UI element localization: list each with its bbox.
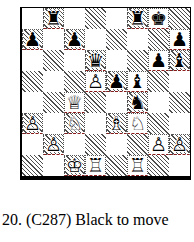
- square-g1[interactable]: [148, 155, 169, 176]
- square-f3[interactable]: ♘: [127, 113, 148, 134]
- square-c4[interactable]: ♕: [64, 92, 85, 113]
- square-a2[interactable]: [22, 134, 43, 155]
- piece-black-pawn: ♟: [24, 29, 41, 50]
- square-f6[interactable]: [127, 50, 148, 71]
- piece-black-rook: ♜: [45, 8, 62, 29]
- square-a7[interactable]: ♟: [22, 29, 43, 50]
- square-c7[interactable]: ♟: [64, 29, 85, 50]
- piece-white-pawn: ♙: [171, 134, 188, 155]
- square-d6[interactable]: ♛: [85, 50, 106, 71]
- square-d4[interactable]: [85, 92, 106, 113]
- piece-white-pawn: ♙: [87, 71, 104, 92]
- square-g2[interactable]: ♙: [148, 134, 169, 155]
- square-a6[interactable]: [22, 50, 43, 71]
- square-c8[interactable]: [64, 8, 85, 29]
- square-h7[interactable]: ♟: [169, 29, 190, 50]
- square-f1[interactable]: ♖: [127, 155, 148, 176]
- piece-white-knight: ♘: [129, 113, 146, 134]
- square-b5[interactable]: [43, 71, 64, 92]
- chess-board: ♜♜♚♟♟♟♛♟♝♙♟♝♕♞♙♘♗♘♙♙♙♔♖♖: [22, 8, 190, 176]
- square-f2[interactable]: [127, 134, 148, 155]
- square-h5[interactable]: [169, 71, 190, 92]
- piece-white-pawn: ♙: [150, 134, 167, 155]
- square-e4[interactable]: [106, 92, 127, 113]
- square-e8[interactable]: [106, 8, 127, 29]
- square-a8[interactable]: [22, 8, 43, 29]
- piece-white-rook: ♖: [87, 155, 104, 176]
- square-e3[interactable]: ♗: [106, 113, 127, 134]
- piece-black-pawn: ♟: [171, 29, 188, 50]
- square-a1[interactable]: [22, 155, 43, 176]
- square-e2[interactable]: [106, 134, 127, 155]
- square-d7[interactable]: [85, 29, 106, 50]
- square-d5[interactable]: ♙: [85, 71, 106, 92]
- piece-black-pawn: ♟: [66, 29, 83, 50]
- square-d8[interactable]: [85, 8, 106, 29]
- piece-white-bishop: ♗: [108, 113, 125, 134]
- piece-white-rook: ♖: [129, 155, 146, 176]
- square-h3[interactable]: [169, 113, 190, 134]
- square-a4[interactable]: [22, 92, 43, 113]
- piece-black-bishop: ♝: [129, 71, 146, 92]
- piece-black-pawn: ♟: [150, 50, 167, 71]
- square-f5[interactable]: ♝: [127, 71, 148, 92]
- square-g6[interactable]: ♟: [148, 50, 169, 71]
- piece-white-king: ♔: [66, 155, 83, 176]
- piece-black-rook: ♜: [129, 8, 146, 29]
- square-a5[interactable]: [22, 71, 43, 92]
- piece-white-pawn: ♙: [45, 134, 62, 155]
- piece-black-knight: ♞: [129, 92, 146, 113]
- square-h1[interactable]: [169, 155, 190, 176]
- piece-black-queen: ♛: [87, 50, 104, 71]
- piece-white-pawn: ♙: [24, 113, 41, 134]
- square-f4[interactable]: ♞: [127, 92, 148, 113]
- chess-board-frame: ♜♜♚♟♟♟♛♟♝♙♟♝♕♞♙♘♗♘♙♙♙♔♖♖: [20, 7, 191, 180]
- square-h6[interactable]: ♝: [169, 50, 190, 71]
- square-c6[interactable]: [64, 50, 85, 71]
- square-a3[interactable]: ♙: [22, 113, 43, 134]
- square-d2[interactable]: [85, 134, 106, 155]
- square-b1[interactable]: [43, 155, 64, 176]
- square-g4[interactable]: [148, 92, 169, 113]
- square-g8[interactable]: ♚: [148, 8, 169, 29]
- piece-white-knight: ♘: [66, 113, 83, 134]
- square-c2[interactable]: [64, 134, 85, 155]
- square-g3[interactable]: [148, 113, 169, 134]
- piece-black-bishop: ♝: [171, 50, 188, 71]
- puzzle-diagram: ♜♜♚♟♟♟♛♟♝♙♟♝♕♞♙♘♗♘♙♙♙♔♖♖ 20. (C287) Blac…: [0, 0, 194, 242]
- square-h2[interactable]: ♙: [169, 134, 190, 155]
- puzzle-caption: 20. (C287) Black to move: [2, 211, 169, 229]
- square-c1[interactable]: ♔: [64, 155, 85, 176]
- square-b2[interactable]: ♙: [43, 134, 64, 155]
- square-h8[interactable]: [169, 8, 190, 29]
- piece-black-pawn: ♟: [108, 71, 125, 92]
- square-c5[interactable]: [64, 71, 85, 92]
- piece-white-queen: ♕: [66, 92, 83, 113]
- square-e7[interactable]: [106, 29, 127, 50]
- square-e1[interactable]: [106, 155, 127, 176]
- square-b4[interactable]: [43, 92, 64, 113]
- piece-black-king: ♚: [150, 8, 167, 29]
- square-d3[interactable]: [85, 113, 106, 134]
- square-d1[interactable]: ♖: [85, 155, 106, 176]
- square-e5[interactable]: ♟: [106, 71, 127, 92]
- square-g5[interactable]: [148, 71, 169, 92]
- square-e6[interactable]: [106, 50, 127, 71]
- square-b8[interactable]: ♜: [43, 8, 64, 29]
- square-g7[interactable]: [148, 29, 169, 50]
- square-b3[interactable]: [43, 113, 64, 134]
- square-b6[interactable]: [43, 50, 64, 71]
- square-b7[interactable]: [43, 29, 64, 50]
- square-c3[interactable]: ♘: [64, 113, 85, 134]
- square-f7[interactable]: [127, 29, 148, 50]
- square-h4[interactable]: [169, 92, 190, 113]
- square-f8[interactable]: ♜: [127, 8, 148, 29]
